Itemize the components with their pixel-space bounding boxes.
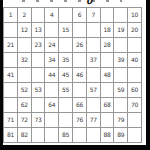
grid-cell-r1c7: 7 <box>87 8 101 23</box>
grid-cell-r3c1: 21 <box>4 38 18 53</box>
grid-cell-r3c3: 23 <box>32 38 46 53</box>
grid-cell-r9c4 <box>45 128 59 143</box>
cutoff-title-zero: 0 <box>86 0 92 6</box>
grid-cell-r7c6: 66 <box>73 98 87 113</box>
grid-cell-r1c3 <box>32 8 46 23</box>
grid-cell-r9c9: 89 <box>114 128 128 143</box>
grid-cell-r8c4 <box>45 113 59 128</box>
grid-cell-r8c2: 72 <box>18 113 32 128</box>
grid-cell-r4c8 <box>101 53 115 68</box>
grid-cell-r5c10 <box>128 68 142 83</box>
grid-cell-r8c8 <box>101 113 115 128</box>
grid-cell-r1c1: 1 <box>4 8 18 23</box>
grid-cell-r1c5 <box>59 8 73 23</box>
grid-cell-r9c6 <box>73 128 87 143</box>
grid-cell-r7c9 <box>114 98 128 113</box>
grid-cell-r1c4: 4 <box>45 8 59 23</box>
grid-cell-r2c1 <box>4 23 18 38</box>
grid-cell-r1c8 <box>101 8 115 23</box>
grid-cell-r4c6 <box>73 53 87 68</box>
grid-cell-r1c2: 2 <box>18 8 32 23</box>
grid-cell-r1c10: 10 <box>128 8 142 23</box>
grid-cell-r2c4 <box>45 23 59 38</box>
grid-cell-r6c6 <box>73 83 87 98</box>
grid-cell-r6c10: 60 <box>128 83 142 98</box>
grid-cell-r6c1 <box>4 83 18 98</box>
grid-cell-r9c7 <box>87 128 101 143</box>
grid-cell-r8c7: 77 <box>87 113 101 128</box>
grid-cell-r5c3 <box>32 68 46 83</box>
grid-cell-r4c10: 40 <box>128 53 142 68</box>
grid-cell-r1c6: 6 <box>73 8 87 23</box>
grid-cell-r9c5: 85 <box>59 128 73 143</box>
grid-cell-r3c2 <box>18 38 32 53</box>
grid-cell-r8c10 <box>128 113 142 128</box>
grid-cell-r7c8: 68 <box>101 98 115 113</box>
grid-cell-r4c3 <box>32 53 46 68</box>
grid-cell-r2c9: 19 <box>114 23 128 38</box>
grid-cell-r2c10: 20 <box>128 23 142 38</box>
scan-border-right <box>146 0 150 150</box>
grid-cell-r8c5 <box>59 113 73 128</box>
grid-cell-r6c2: 52 <box>18 83 32 98</box>
grid-cell-r4c2: 32 <box>18 53 32 68</box>
grid-cell-r6c4 <box>45 83 59 98</box>
grid-cell-r9c8: 88 <box>101 128 115 143</box>
grid-cell-r3c6: 26 <box>73 38 87 53</box>
grid-cell-r5c1: 41 <box>4 68 18 83</box>
grid-cell-r7c4: 64 <box>45 98 59 113</box>
grid-cell-r9c3 <box>32 128 46 143</box>
worksheet-scan: 0 12467101213151819202123242628323435373… <box>0 0 150 150</box>
grid-cell-r7c3 <box>32 98 46 113</box>
grid-cell-r4c4: 34 <box>45 53 59 68</box>
grid-cell-r8c1: 71 <box>4 113 18 128</box>
grid-cell-r7c5 <box>59 98 73 113</box>
grid-cell-r8c9: 79 <box>114 113 128 128</box>
grid-cell-r2c5: 15 <box>59 23 73 38</box>
grid-cell-r6c5: 55 <box>59 83 73 98</box>
grid-cell-r5c8: 48 <box>101 68 115 83</box>
grid-cell-r2c6 <box>73 23 87 38</box>
grid-cell-r8c6: 76 <box>73 113 87 128</box>
scan-border-left <box>0 0 3 150</box>
grid-cell-r8c3: 73 <box>32 113 46 128</box>
cutoff-title-text-remnant <box>22 0 122 2</box>
grid-cell-r5c7 <box>87 68 101 83</box>
grid-cell-r9c10 <box>128 128 142 143</box>
grid-cell-r6c3: 53 <box>32 83 46 98</box>
grid-cell-r3c5 <box>59 38 73 53</box>
grid-cell-r7c10: 70 <box>128 98 142 113</box>
grid-cell-r5c9 <box>114 68 128 83</box>
hundred-chart-grid: 1246710121315181920212324262832343537394… <box>3 7 142 143</box>
grid-cell-r4c5: 35 <box>59 53 73 68</box>
scan-border-bottom <box>0 145 150 150</box>
grid-cell-r5c4: 44 <box>45 68 59 83</box>
grid-cell-r3c7 <box>87 38 101 53</box>
grid-cell-r3c9 <box>114 38 128 53</box>
grid-cell-r4c1 <box>4 53 18 68</box>
grid-cell-r6c9: 59 <box>114 83 128 98</box>
grid-cell-r5c5: 45 <box>59 68 73 83</box>
grid-cell-r3c10 <box>128 38 142 53</box>
grid-cell-r9c1: 81 <box>4 128 18 143</box>
grid-cell-r7c7 <box>87 98 101 113</box>
grid-cell-r1c9 <box>114 8 128 23</box>
grid-cell-r5c2 <box>18 68 32 83</box>
grid-cell-r9c2: 82 <box>18 128 32 143</box>
grid-cell-r3c4: 24 <box>45 38 59 53</box>
grid-cell-r2c3: 13 <box>32 23 46 38</box>
grid-cell-r5c6: 46 <box>73 68 87 83</box>
grid-cell-r2c8: 18 <box>101 23 115 38</box>
grid-cell-r2c7 <box>87 23 101 38</box>
grid-cell-r7c1 <box>4 98 18 113</box>
grid-cell-r7c2: 62 <box>18 98 32 113</box>
grid-cell-r4c9: 39 <box>114 53 128 68</box>
grid-cell-r6c7: 57 <box>87 83 101 98</box>
grid-cell-r6c8 <box>101 83 115 98</box>
grid-cell-r4c7: 37 <box>87 53 101 68</box>
grid-cell-r3c8: 28 <box>101 38 115 53</box>
grid-cell-r2c2: 12 <box>18 23 32 38</box>
